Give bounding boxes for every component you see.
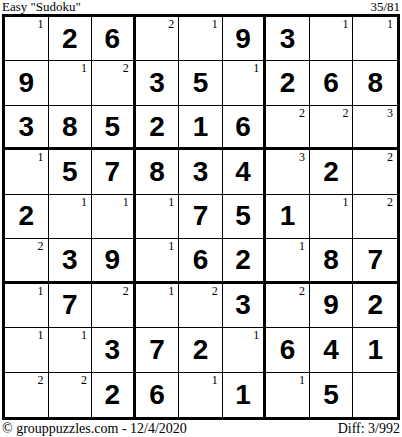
cell-value: 2 bbox=[223, 239, 264, 280]
sudoku-grid: 1262193119123512683852162231578343222111… bbox=[2, 14, 400, 420]
pencil-mark: 1 bbox=[387, 18, 393, 30]
sudoku-cell-r3c7[interactable]: 2 bbox=[266, 106, 310, 150]
sudoku-cell-r2c7[interactable]: 2 bbox=[266, 61, 310, 105]
cell-value: 9 bbox=[92, 239, 133, 280]
cell-value: 2 bbox=[353, 284, 397, 327]
pencil-mark: 2 bbox=[123, 62, 129, 74]
cell-value: 3 bbox=[5, 106, 48, 147]
page-title: Easy "Sudoku" bbox=[2, 0, 81, 13]
cell-value: 2 bbox=[310, 150, 353, 193]
pencil-mark: 1 bbox=[299, 240, 305, 252]
cell-value: 5 bbox=[92, 106, 133, 147]
cell-value: 1 bbox=[353, 328, 397, 371]
sudoku-cell-r3c3[interactable]: 5 bbox=[92, 106, 136, 150]
sudoku-cell-r4c5[interactable]: 3 bbox=[179, 150, 223, 194]
sudoku-cell-r8c1[interactable]: 1 bbox=[5, 328, 49, 372]
sudoku-cell-r1c6[interactable]: 9 bbox=[223, 17, 267, 61]
sudoku-cell-r1c9[interactable]: 1 bbox=[353, 17, 397, 61]
sudoku-cell-r6c3[interactable]: 9 bbox=[92, 239, 136, 283]
sudoku-page: Easy "Sudoku" 35/81 12621931191235126838… bbox=[0, 0, 402, 437]
cell-value: 4 bbox=[223, 150, 264, 193]
cell-value: 2 bbox=[49, 17, 92, 60]
pencil-mark: 2 bbox=[387, 151, 393, 163]
sudoku-cell-r7c3[interactable]: 2 bbox=[92, 284, 136, 328]
cell-value: 7 bbox=[136, 328, 179, 371]
pencil-mark: 2 bbox=[38, 240, 44, 252]
cell-value: 9 bbox=[223, 17, 264, 60]
pencil-mark: 1 bbox=[212, 18, 218, 30]
cell-value: 2 bbox=[179, 328, 222, 371]
sudoku-cell-r6c2[interactable]: 3 bbox=[49, 239, 93, 283]
pencil-mark: 2 bbox=[299, 285, 305, 297]
sudoku-cell-r4c7[interactable]: 3 bbox=[266, 150, 310, 194]
sudoku-cell-r8c8[interactable]: 4 bbox=[310, 328, 354, 372]
sudoku-cell-r5c2[interactable]: 1 bbox=[49, 195, 93, 239]
page-footer: © grouppuzzles.com - 12/4/2020 Diff: 3/9… bbox=[2, 420, 400, 436]
sudoku-cell-r3c4[interactable]: 2 bbox=[136, 106, 180, 150]
pencil-mark: 1 bbox=[342, 196, 348, 208]
sudoku-cell-r2c5[interactable]: 5 bbox=[179, 61, 223, 105]
pencil-mark: 2 bbox=[299, 107, 305, 119]
pencil-mark: 1 bbox=[168, 240, 174, 252]
cell-value: 2 bbox=[92, 373, 133, 417]
pencil-mark: 1 bbox=[38, 18, 44, 30]
sudoku-cell-r5c8[interactable]: 1 bbox=[310, 195, 354, 239]
cell-value: 3 bbox=[49, 239, 92, 280]
sudoku-cell-r9c1[interactable]: 2 bbox=[5, 373, 49, 417]
sudoku-cell-r8c5[interactable]: 2 bbox=[179, 328, 223, 372]
sudoku-cell-r9c2[interactable]: 2 bbox=[49, 373, 93, 417]
sudoku-cell-r8c7[interactable]: 6 bbox=[266, 328, 310, 372]
sudoku-cell-r1c5[interactable]: 1 bbox=[179, 17, 223, 61]
sudoku-cell-r9c4[interactable]: 6 bbox=[136, 373, 180, 417]
sudoku-cell-r5c9[interactable]: 2 bbox=[353, 195, 397, 239]
sudoku-cell-r1c7[interactable]: 3 bbox=[266, 17, 310, 61]
sudoku-cell-r3c5[interactable]: 1 bbox=[179, 106, 223, 150]
page-header: Easy "Sudoku" 35/81 bbox=[2, 0, 400, 14]
sudoku-cell-r6c9[interactable]: 7 bbox=[353, 239, 397, 283]
cells-remaining-counter: 35/81 bbox=[370, 0, 400, 13]
cell-value: 6 bbox=[223, 106, 264, 147]
sudoku-cell-r7c8[interactable]: 9 bbox=[310, 284, 354, 328]
pencil-mark: 1 bbox=[81, 62, 87, 74]
sudoku-cell-r4c6[interactable]: 4 bbox=[223, 150, 267, 194]
sudoku-cell-r9c7[interactable]: 1 bbox=[266, 373, 310, 417]
cell-value: 3 bbox=[223, 284, 264, 327]
sudoku-cell-r4c9[interactable]: 2 bbox=[353, 150, 397, 194]
pencil-mark: 1 bbox=[38, 329, 44, 341]
pencil-mark: 2 bbox=[123, 285, 129, 297]
sudoku-cell-r4c4[interactable]: 8 bbox=[136, 150, 180, 194]
sudoku-cell-r1c2[interactable]: 2 bbox=[49, 17, 93, 61]
sudoku-cell-r6c6[interactable]: 2 bbox=[223, 239, 267, 283]
cell-value: 1 bbox=[179, 106, 222, 147]
pencil-mark: 2 bbox=[212, 285, 218, 297]
sudoku-cell-r2c3[interactable]: 2 bbox=[92, 61, 136, 105]
sudoku-cell-r2c4[interactable]: 3 bbox=[136, 61, 180, 105]
sudoku-cell-r8c9[interactable]: 1 bbox=[353, 328, 397, 372]
sudoku-cell-r7c6[interactable]: 3 bbox=[223, 284, 267, 328]
sudoku-cell-r7c5[interactable]: 2 bbox=[179, 284, 223, 328]
pencil-mark: 1 bbox=[253, 62, 259, 74]
sudoku-cell-r6c5[interactable]: 6 bbox=[179, 239, 223, 283]
sudoku-cell-r5c7[interactable]: 1 bbox=[266, 195, 310, 239]
sudoku-cell-r9c5[interactable]: 1 bbox=[179, 373, 223, 417]
pencil-mark: 1 bbox=[38, 151, 44, 163]
cell-value: 6 bbox=[266, 328, 309, 371]
pencil-mark: 1 bbox=[342, 18, 348, 30]
cell-value: 7 bbox=[353, 239, 397, 280]
sudoku-cell-r7c2[interactable]: 7 bbox=[49, 284, 93, 328]
cell-value: 3 bbox=[92, 328, 133, 371]
sudoku-cell-r8c4[interactable]: 7 bbox=[136, 328, 180, 372]
cell-value: 8 bbox=[353, 61, 397, 104]
sudoku-cell-r7c4[interactable]: 1 bbox=[136, 284, 180, 328]
pencil-mark: 1 bbox=[81, 196, 87, 208]
pencil-mark: 1 bbox=[253, 329, 259, 341]
cell-value: 6 bbox=[136, 373, 179, 417]
cell-value: 5 bbox=[310, 373, 353, 417]
sudoku-cell-r9c8[interactable]: 5 bbox=[310, 373, 354, 417]
cell-value: 4 bbox=[310, 328, 353, 371]
sudoku-cell-r8c3[interactable]: 3 bbox=[92, 328, 136, 372]
sudoku-cell-r6c1[interactable]: 2 bbox=[5, 239, 49, 283]
cell-value: 5 bbox=[179, 61, 222, 104]
sudoku-cell-r9c6[interactable]: 1 bbox=[223, 373, 267, 417]
cell-value: 5 bbox=[223, 195, 264, 238]
sudoku-cell-r6c7[interactable]: 1 bbox=[266, 239, 310, 283]
pencil-mark: 1 bbox=[38, 285, 44, 297]
sudoku-cell-r5c5[interactable]: 7 bbox=[179, 195, 223, 239]
sudoku-cell-r7c7[interactable]: 2 bbox=[266, 284, 310, 328]
sudoku-cell-r4c1[interactable]: 1 bbox=[5, 150, 49, 194]
pencil-mark: 1 bbox=[81, 329, 87, 341]
pencil-mark: 2 bbox=[342, 107, 348, 119]
pencil-mark: 2 bbox=[38, 374, 44, 386]
difficulty-text: Diff: 3/992 bbox=[338, 421, 400, 436]
pencil-mark: 1 bbox=[212, 374, 218, 386]
sudoku-cell-r2c8[interactable]: 6 bbox=[310, 61, 354, 105]
sudoku-cell-r7c9[interactable]: 2 bbox=[353, 284, 397, 328]
sudoku-cell-r1c1[interactable]: 1 bbox=[5, 17, 49, 61]
cell-value: 2 bbox=[266, 61, 309, 104]
cell-value: 9 bbox=[5, 61, 48, 104]
sudoku-cell-r3c8[interactable]: 2 bbox=[310, 106, 354, 150]
sudoku-cell-r2c1[interactable]: 9 bbox=[5, 61, 49, 105]
pencil-mark: 2 bbox=[387, 196, 393, 208]
cell-value: 8 bbox=[310, 239, 353, 280]
sudoku-cell-r5c4[interactable]: 1 bbox=[136, 195, 180, 239]
sudoku-cell-r3c2[interactable]: 8 bbox=[49, 106, 93, 150]
sudoku-cell-r8c2[interactable]: 1 bbox=[49, 328, 93, 372]
cell-value: 3 bbox=[266, 17, 309, 60]
pencil-mark: 3 bbox=[387, 107, 393, 119]
copyright-text: © grouppuzzles.com - 12/4/2020 bbox=[2, 421, 187, 436]
cell-value: 8 bbox=[49, 106, 92, 147]
cell-value: 3 bbox=[179, 150, 222, 193]
sudoku-cell-r2c9[interactable]: 8 bbox=[353, 61, 397, 105]
cell-value: 2 bbox=[5, 195, 48, 238]
sudoku-cell-r1c4[interactable]: 2 bbox=[136, 17, 180, 61]
pencil-mark: 1 bbox=[168, 196, 174, 208]
sudoku-cell-r5c1[interactable]: 2 bbox=[5, 195, 49, 239]
pencil-mark: 2 bbox=[81, 374, 87, 386]
sudoku-cell-r5c3[interactable]: 1 bbox=[92, 195, 136, 239]
pencil-mark: 1 bbox=[123, 196, 129, 208]
pencil-mark: 2 bbox=[168, 18, 174, 30]
cell-value: 6 bbox=[179, 239, 222, 280]
sudoku-cell-r9c9[interactable] bbox=[353, 373, 397, 417]
cell-value: 9 bbox=[310, 284, 353, 327]
sudoku-cell-r1c8[interactable]: 1 bbox=[310, 17, 354, 61]
cell-value: 2 bbox=[136, 106, 179, 147]
cell-value: 1 bbox=[223, 373, 264, 417]
pencil-mark: 1 bbox=[299, 374, 305, 386]
cell-value: 5 bbox=[49, 150, 92, 193]
sudoku-cell-r2c2[interactable]: 1 bbox=[49, 61, 93, 105]
sudoku-cell-r1c3[interactable]: 6 bbox=[92, 17, 136, 61]
sudoku-cell-r2c6[interactable]: 1 bbox=[223, 61, 267, 105]
sudoku-cell-r3c6[interactable]: 6 bbox=[223, 106, 267, 150]
cell-value: 7 bbox=[92, 150, 133, 193]
cell-value: 8 bbox=[136, 150, 179, 193]
sudoku-cell-r6c4[interactable]: 1 bbox=[136, 239, 180, 283]
sudoku-cell-r5c6[interactable]: 5 bbox=[223, 195, 267, 239]
sudoku-cell-r3c9[interactable]: 3 bbox=[353, 106, 397, 150]
sudoku-cell-r9c3[interactable]: 2 bbox=[92, 373, 136, 417]
cell-value: 7 bbox=[179, 195, 222, 238]
pencil-mark: 3 bbox=[299, 151, 305, 163]
sudoku-cell-r4c8[interactable]: 2 bbox=[310, 150, 354, 194]
sudoku-cell-r4c3[interactable]: 7 bbox=[92, 150, 136, 194]
cell-value: 3 bbox=[136, 61, 179, 104]
sudoku-cell-r4c2[interactable]: 5 bbox=[49, 150, 93, 194]
sudoku-cell-r3c1[interactable]: 3 bbox=[5, 106, 49, 150]
sudoku-cell-r7c1[interactable]: 1 bbox=[5, 284, 49, 328]
cell-value: 1 bbox=[266, 195, 309, 238]
cell-value: 7 bbox=[49, 284, 92, 327]
cell-value: 6 bbox=[92, 17, 133, 60]
pencil-mark: 1 bbox=[168, 285, 174, 297]
cell-value: 6 bbox=[310, 61, 353, 104]
sudoku-cell-r8c6[interactable]: 1 bbox=[223, 328, 267, 372]
sudoku-cell-r6c8[interactable]: 8 bbox=[310, 239, 354, 283]
